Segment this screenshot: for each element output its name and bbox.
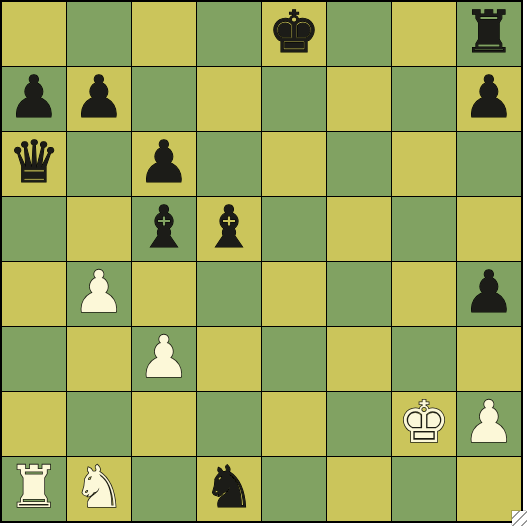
square-h3[interactable] <box>457 327 521 391</box>
white-king[interactable]: ♚ <box>398 393 450 451</box>
square-a3[interactable] <box>2 327 66 391</box>
square-g5[interactable] <box>392 197 456 261</box>
chess-board: ♚♜♟♟♟♛♟♝♝♟♟♟♚♟♜♞♞ <box>0 0 523 523</box>
square-h6[interactable] <box>457 132 521 196</box>
square-a4[interactable] <box>2 262 66 326</box>
square-f3[interactable] <box>327 327 391 391</box>
square-c7[interactable] <box>132 67 196 131</box>
square-c2[interactable] <box>132 392 196 456</box>
square-b8[interactable] <box>67 2 131 66</box>
black-pawn[interactable]: ♟ <box>138 133 190 191</box>
square-c1[interactable] <box>132 457 196 521</box>
square-g7[interactable] <box>392 67 456 131</box>
square-b2[interactable] <box>67 392 131 456</box>
white-pawn[interactable]: ♟ <box>73 263 125 321</box>
black-pawn[interactable]: ♟ <box>463 68 515 126</box>
square-b7[interactable]: ♟ <box>67 67 131 131</box>
square-c5[interactable]: ♝ <box>132 197 196 261</box>
square-a2[interactable] <box>2 392 66 456</box>
black-pawn[interactable]: ♟ <box>463 263 515 321</box>
square-d5[interactable]: ♝ <box>197 197 261 261</box>
square-b6[interactable] <box>67 132 131 196</box>
square-b1[interactable]: ♞ <box>67 457 131 521</box>
square-h4[interactable]: ♟ <box>457 262 521 326</box>
square-b4[interactable]: ♟ <box>67 262 131 326</box>
square-f5[interactable] <box>327 197 391 261</box>
square-a7[interactable]: ♟ <box>2 67 66 131</box>
square-h5[interactable] <box>457 197 521 261</box>
square-h2[interactable]: ♟ <box>457 392 521 456</box>
square-g2[interactable]: ♚ <box>392 392 456 456</box>
square-e7[interactable] <box>262 67 326 131</box>
square-e3[interactable] <box>262 327 326 391</box>
black-knight[interactable]: ♞ <box>203 458 255 516</box>
square-f2[interactable] <box>327 392 391 456</box>
square-d7[interactable] <box>197 67 261 131</box>
square-c3[interactable]: ♟ <box>132 327 196 391</box>
square-e8[interactable]: ♚ <box>262 2 326 66</box>
black-pawn[interactable]: ♟ <box>73 68 125 126</box>
square-h7[interactable]: ♟ <box>457 67 521 131</box>
square-d1[interactable]: ♞ <box>197 457 261 521</box>
square-b5[interactable] <box>67 197 131 261</box>
square-f7[interactable] <box>327 67 391 131</box>
square-g1[interactable] <box>392 457 456 521</box>
square-e2[interactable] <box>262 392 326 456</box>
square-f1[interactable] <box>327 457 391 521</box>
square-a5[interactable] <box>2 197 66 261</box>
square-g6[interactable] <box>392 132 456 196</box>
black-bishop[interactable]: ♝ <box>203 198 255 256</box>
white-rook[interactable]: ♜ <box>8 458 60 516</box>
square-c8[interactable] <box>132 2 196 66</box>
square-f4[interactable] <box>327 262 391 326</box>
square-f6[interactable] <box>327 132 391 196</box>
square-d8[interactable] <box>197 2 261 66</box>
square-g4[interactable] <box>392 262 456 326</box>
square-c6[interactable]: ♟ <box>132 132 196 196</box>
black-pawn[interactable]: ♟ <box>8 68 60 126</box>
square-a1[interactable]: ♜ <box>2 457 66 521</box>
black-king[interactable]: ♚ <box>268 3 320 61</box>
square-d6[interactable] <box>197 132 261 196</box>
square-a8[interactable] <box>2 2 66 66</box>
white-knight[interactable]: ♞ <box>73 458 125 516</box>
square-g8[interactable] <box>392 2 456 66</box>
square-e1[interactable] <box>262 457 326 521</box>
square-h8[interactable]: ♜ <box>457 2 521 66</box>
white-pawn[interactable]: ♟ <box>463 393 515 451</box>
square-b3[interactable] <box>67 327 131 391</box>
square-d4[interactable] <box>197 262 261 326</box>
black-rook[interactable]: ♜ <box>463 3 515 61</box>
square-e6[interactable] <box>262 132 326 196</box>
square-f8[interactable] <box>327 2 391 66</box>
square-d2[interactable] <box>197 392 261 456</box>
black-bishop[interactable]: ♝ <box>138 198 190 256</box>
square-a6[interactable]: ♛ <box>2 132 66 196</box>
square-c4[interactable] <box>132 262 196 326</box>
resize-grip-icon[interactable] <box>512 511 527 526</box>
square-d3[interactable] <box>197 327 261 391</box>
black-queen[interactable]: ♛ <box>8 133 60 191</box>
square-e4[interactable] <box>262 262 326 326</box>
white-pawn[interactable]: ♟ <box>138 328 190 386</box>
square-e5[interactable] <box>262 197 326 261</box>
square-g3[interactable] <box>392 327 456 391</box>
